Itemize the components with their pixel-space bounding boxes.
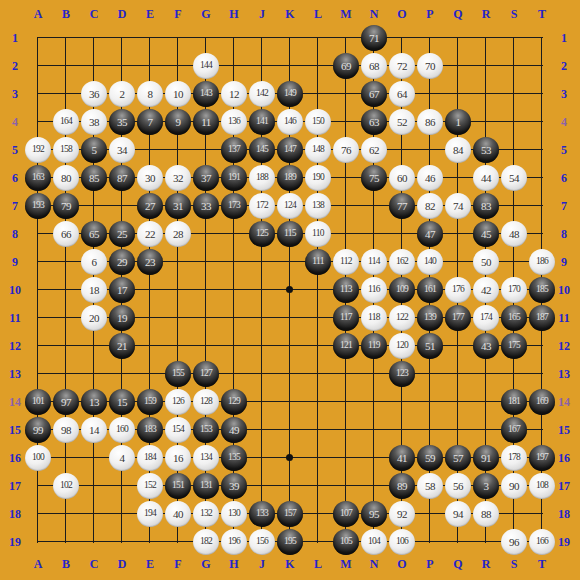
intersection-Q6[interactable] (444, 164, 472, 192)
intersection-M12[interactable]: 121 (332, 332, 360, 360)
intersection-T6[interactable] (528, 164, 556, 192)
intersection-T11[interactable]: 187 (528, 304, 556, 332)
intersection-P3[interactable] (416, 80, 444, 108)
intersection-E9[interactable]: 23 (136, 248, 164, 276)
intersection-O11[interactable]: 122 (388, 304, 416, 332)
intersection-H10[interactable] (220, 276, 248, 304)
intersection-D19[interactable] (108, 528, 136, 556)
intersection-E13[interactable] (136, 360, 164, 388)
intersection-K14[interactable] (276, 388, 304, 416)
intersection-M3[interactable] (332, 80, 360, 108)
intersection-F16[interactable]: 16 (164, 444, 192, 472)
intersection-R1[interactable] (472, 24, 500, 52)
intersection-B8[interactable]: 66 (52, 220, 80, 248)
intersection-A6[interactable]: 163 (24, 164, 52, 192)
intersection-J8[interactable]: 125 (248, 220, 276, 248)
intersection-A11[interactable] (24, 304, 52, 332)
intersection-G6[interactable]: 37 (192, 164, 220, 192)
intersection-T2[interactable] (528, 52, 556, 80)
intersection-F5[interactable] (164, 136, 192, 164)
intersection-J10[interactable] (248, 276, 276, 304)
intersection-R4[interactable] (472, 108, 500, 136)
intersection-H6[interactable]: 191 (220, 164, 248, 192)
intersection-K16[interactable] (276, 444, 304, 472)
intersection-J1[interactable] (248, 24, 276, 52)
intersection-C15[interactable]: 14 (80, 416, 108, 444)
intersection-F2[interactable] (164, 52, 192, 80)
intersection-J5[interactable]: 145 (248, 136, 276, 164)
intersection-O5[interactable] (388, 136, 416, 164)
intersection-J18[interactable]: 133 (248, 500, 276, 528)
intersection-N3[interactable]: 67 (360, 80, 388, 108)
intersection-S16[interactable]: 178 (500, 444, 528, 472)
intersection-N17[interactable] (360, 472, 388, 500)
intersection-M16[interactable] (332, 444, 360, 472)
intersection-P2[interactable]: 70 (416, 52, 444, 80)
intersection-Q2[interactable] (444, 52, 472, 80)
intersection-O16[interactable]: 41 (388, 444, 416, 472)
intersection-A10[interactable] (24, 276, 52, 304)
intersection-T8[interactable] (528, 220, 556, 248)
intersection-F19[interactable] (164, 528, 192, 556)
intersection-J11[interactable] (248, 304, 276, 332)
intersection-O15[interactable] (388, 416, 416, 444)
intersection-S8[interactable]: 48 (500, 220, 528, 248)
intersection-P10[interactable]: 161 (416, 276, 444, 304)
intersection-L13[interactable] (304, 360, 332, 388)
intersection-D10[interactable]: 17 (108, 276, 136, 304)
intersection-H11[interactable] (220, 304, 248, 332)
intersection-A7[interactable]: 193 (24, 192, 52, 220)
intersection-N15[interactable] (360, 416, 388, 444)
intersection-P17[interactable]: 58 (416, 472, 444, 500)
intersection-M11[interactable]: 117 (332, 304, 360, 332)
intersection-B9[interactable] (52, 248, 80, 276)
intersection-A19[interactable] (24, 528, 52, 556)
intersection-D8[interactable]: 25 (108, 220, 136, 248)
intersection-E14[interactable]: 159 (136, 388, 164, 416)
intersection-K5[interactable]: 147 (276, 136, 304, 164)
intersection-G11[interactable] (192, 304, 220, 332)
intersection-D7[interactable] (108, 192, 136, 220)
intersection-M14[interactable] (332, 388, 360, 416)
intersection-N8[interactable] (360, 220, 388, 248)
intersection-S14[interactable]: 181 (500, 388, 528, 416)
intersection-E15[interactable]: 183 (136, 416, 164, 444)
intersection-B14[interactable]: 97 (52, 388, 80, 416)
intersection-Q3[interactable] (444, 80, 472, 108)
intersection-L5[interactable]: 148 (304, 136, 332, 164)
intersection-C17[interactable] (80, 472, 108, 500)
intersection-R10[interactable]: 42 (472, 276, 500, 304)
intersection-N1[interactable]: 71 (360, 24, 388, 52)
intersection-D4[interactable]: 35 (108, 108, 136, 136)
intersection-T3[interactable] (528, 80, 556, 108)
intersection-P13[interactable] (416, 360, 444, 388)
intersection-R13[interactable] (472, 360, 500, 388)
intersection-O13[interactable]: 123 (388, 360, 416, 388)
intersection-G13[interactable]: 127 (192, 360, 220, 388)
intersection-G14[interactable]: 128 (192, 388, 220, 416)
intersection-N14[interactable] (360, 388, 388, 416)
intersection-N13[interactable] (360, 360, 388, 388)
intersection-H8[interactable] (220, 220, 248, 248)
intersection-R14[interactable] (472, 388, 500, 416)
intersection-C16[interactable] (80, 444, 108, 472)
intersection-J2[interactable] (248, 52, 276, 80)
intersection-T13[interactable] (528, 360, 556, 388)
intersection-A17[interactable] (24, 472, 52, 500)
intersection-S10[interactable]: 170 (500, 276, 528, 304)
intersection-E2[interactable] (136, 52, 164, 80)
intersection-B10[interactable] (52, 276, 80, 304)
intersection-D15[interactable]: 160 (108, 416, 136, 444)
intersection-B15[interactable]: 98 (52, 416, 80, 444)
intersection-J6[interactable]: 188 (248, 164, 276, 192)
intersection-T18[interactable] (528, 500, 556, 528)
intersection-H1[interactable] (220, 24, 248, 52)
intersection-S2[interactable] (500, 52, 528, 80)
intersection-B3[interactable] (52, 80, 80, 108)
intersection-E8[interactable]: 22 (136, 220, 164, 248)
intersection-M1[interactable] (332, 24, 360, 52)
intersection-R3[interactable] (472, 80, 500, 108)
intersection-E10[interactable] (136, 276, 164, 304)
intersection-O3[interactable]: 64 (388, 80, 416, 108)
intersection-K8[interactable]: 115 (276, 220, 304, 248)
intersection-S11[interactable]: 165 (500, 304, 528, 332)
intersection-E3[interactable]: 8 (136, 80, 164, 108)
intersection-R5[interactable]: 53 (472, 136, 500, 164)
intersection-C12[interactable] (80, 332, 108, 360)
intersection-M8[interactable] (332, 220, 360, 248)
intersection-L1[interactable] (304, 24, 332, 52)
intersection-O7[interactable]: 77 (388, 192, 416, 220)
intersection-R6[interactable]: 44 (472, 164, 500, 192)
intersection-G10[interactable] (192, 276, 220, 304)
intersection-H4[interactable]: 136 (220, 108, 248, 136)
intersection-P11[interactable]: 139 (416, 304, 444, 332)
intersection-B13[interactable] (52, 360, 80, 388)
intersection-K12[interactable] (276, 332, 304, 360)
intersection-L15[interactable] (304, 416, 332, 444)
intersection-N19[interactable]: 104 (360, 528, 388, 556)
intersection-D18[interactable] (108, 500, 136, 528)
intersection-Q17[interactable]: 56 (444, 472, 472, 500)
intersection-M5[interactable]: 76 (332, 136, 360, 164)
intersection-H16[interactable]: 135 (220, 444, 248, 472)
intersection-O8[interactable] (388, 220, 416, 248)
intersection-F10[interactable] (164, 276, 192, 304)
intersection-H19[interactable]: 196 (220, 528, 248, 556)
intersection-A16[interactable]: 100 (24, 444, 52, 472)
intersection-P19[interactable] (416, 528, 444, 556)
intersection-O10[interactable]: 109 (388, 276, 416, 304)
intersection-D12[interactable]: 21 (108, 332, 136, 360)
intersection-E16[interactable]: 184 (136, 444, 164, 472)
intersection-T7[interactable] (528, 192, 556, 220)
intersection-N5[interactable]: 62 (360, 136, 388, 164)
intersection-N16[interactable] (360, 444, 388, 472)
intersection-B6[interactable]: 80 (52, 164, 80, 192)
intersection-F3[interactable]: 10 (164, 80, 192, 108)
intersection-L18[interactable] (304, 500, 332, 528)
intersection-R15[interactable] (472, 416, 500, 444)
intersection-C3[interactable]: 36 (80, 80, 108, 108)
intersection-B12[interactable] (52, 332, 80, 360)
intersection-J7[interactable]: 172 (248, 192, 276, 220)
intersection-E7[interactable]: 27 (136, 192, 164, 220)
intersection-Q18[interactable]: 94 (444, 500, 472, 528)
intersection-P14[interactable] (416, 388, 444, 416)
intersection-R2[interactable] (472, 52, 500, 80)
intersection-F6[interactable]: 32 (164, 164, 192, 192)
intersection-R19[interactable] (472, 528, 500, 556)
intersection-C11[interactable]: 20 (80, 304, 108, 332)
intersection-L19[interactable] (304, 528, 332, 556)
intersection-J4[interactable]: 141 (248, 108, 276, 136)
intersection-J17[interactable] (248, 472, 276, 500)
intersection-D17[interactable] (108, 472, 136, 500)
intersection-B4[interactable]: 164 (52, 108, 80, 136)
intersection-M2[interactable]: 69 (332, 52, 360, 80)
intersection-K1[interactable] (276, 24, 304, 52)
intersection-J9[interactable] (248, 248, 276, 276)
intersection-D3[interactable]: 2 (108, 80, 136, 108)
intersection-G18[interactable]: 132 (192, 500, 220, 528)
intersection-J12[interactable] (248, 332, 276, 360)
intersection-R12[interactable]: 43 (472, 332, 500, 360)
intersection-O9[interactable]: 162 (388, 248, 416, 276)
intersection-G15[interactable]: 153 (192, 416, 220, 444)
intersection-D11[interactable]: 19 (108, 304, 136, 332)
intersection-P15[interactable] (416, 416, 444, 444)
intersection-T15[interactable] (528, 416, 556, 444)
intersection-N11[interactable]: 118 (360, 304, 388, 332)
intersection-F13[interactable]: 155 (164, 360, 192, 388)
intersection-E12[interactable] (136, 332, 164, 360)
intersection-R16[interactable]: 91 (472, 444, 500, 472)
intersection-N4[interactable]: 63 (360, 108, 388, 136)
intersection-E19[interactable] (136, 528, 164, 556)
intersection-C7[interactable] (80, 192, 108, 220)
intersection-J3[interactable]: 142 (248, 80, 276, 108)
intersection-Q13[interactable] (444, 360, 472, 388)
intersection-G7[interactable]: 33 (192, 192, 220, 220)
intersection-G8[interactable] (192, 220, 220, 248)
intersection-B2[interactable] (52, 52, 80, 80)
intersection-S1[interactable] (500, 24, 528, 52)
intersection-M6[interactable] (332, 164, 360, 192)
intersection-R18[interactable]: 88 (472, 500, 500, 528)
intersection-E5[interactable] (136, 136, 164, 164)
intersection-Q7[interactable]: 74 (444, 192, 472, 220)
intersection-C4[interactable]: 38 (80, 108, 108, 136)
intersection-T12[interactable] (528, 332, 556, 360)
intersection-S19[interactable]: 96 (500, 528, 528, 556)
intersection-G17[interactable]: 131 (192, 472, 220, 500)
intersection-L14[interactable] (304, 388, 332, 416)
intersection-G3[interactable]: 143 (192, 80, 220, 108)
intersection-K3[interactable]: 149 (276, 80, 304, 108)
intersection-L16[interactable] (304, 444, 332, 472)
intersection-C18[interactable] (80, 500, 108, 528)
intersection-K2[interactable] (276, 52, 304, 80)
intersection-C19[interactable] (80, 528, 108, 556)
intersection-Q5[interactable]: 84 (444, 136, 472, 164)
intersection-Q10[interactable]: 176 (444, 276, 472, 304)
intersection-F11[interactable] (164, 304, 192, 332)
intersection-M10[interactable]: 113 (332, 276, 360, 304)
intersection-A12[interactable] (24, 332, 52, 360)
intersection-Q14[interactable] (444, 388, 472, 416)
intersection-M9[interactable]: 112 (332, 248, 360, 276)
intersection-Q11[interactable]: 177 (444, 304, 472, 332)
intersection-T17[interactable]: 108 (528, 472, 556, 500)
intersection-M19[interactable]: 105 (332, 528, 360, 556)
intersection-S7[interactable] (500, 192, 528, 220)
intersection-A2[interactable] (24, 52, 52, 80)
intersection-D16[interactable]: 4 (108, 444, 136, 472)
intersection-L4[interactable]: 150 (304, 108, 332, 136)
intersection-K6[interactable]: 189 (276, 164, 304, 192)
intersection-T5[interactable] (528, 136, 556, 164)
intersection-P9[interactable]: 140 (416, 248, 444, 276)
intersection-A8[interactable] (24, 220, 52, 248)
intersection-H9[interactable] (220, 248, 248, 276)
intersection-P6[interactable]: 46 (416, 164, 444, 192)
intersection-H13[interactable] (220, 360, 248, 388)
intersection-H18[interactable]: 130 (220, 500, 248, 528)
intersection-R11[interactable]: 174 (472, 304, 500, 332)
intersection-O12[interactable]: 120 (388, 332, 416, 360)
intersection-L11[interactable] (304, 304, 332, 332)
intersection-M18[interactable]: 107 (332, 500, 360, 528)
intersection-D1[interactable] (108, 24, 136, 52)
intersection-T4[interactable] (528, 108, 556, 136)
intersection-G1[interactable] (192, 24, 220, 52)
intersection-T9[interactable]: 186 (528, 248, 556, 276)
intersection-D2[interactable] (108, 52, 136, 80)
intersection-C6[interactable]: 85 (80, 164, 108, 192)
intersection-S12[interactable]: 175 (500, 332, 528, 360)
intersection-P1[interactable] (416, 24, 444, 52)
intersection-N7[interactable] (360, 192, 388, 220)
intersection-H2[interactable] (220, 52, 248, 80)
intersection-K19[interactable]: 195 (276, 528, 304, 556)
intersection-H5[interactable]: 137 (220, 136, 248, 164)
intersection-C10[interactable]: 18 (80, 276, 108, 304)
intersection-R17[interactable]: 3 (472, 472, 500, 500)
intersection-M4[interactable] (332, 108, 360, 136)
intersection-F12[interactable] (164, 332, 192, 360)
intersection-Q16[interactable]: 57 (444, 444, 472, 472)
intersection-E11[interactable] (136, 304, 164, 332)
intersection-F1[interactable] (164, 24, 192, 52)
intersection-A1[interactable] (24, 24, 52, 52)
intersection-B7[interactable]: 79 (52, 192, 80, 220)
intersection-K10[interactable] (276, 276, 304, 304)
intersection-L2[interactable] (304, 52, 332, 80)
intersection-Q12[interactable] (444, 332, 472, 360)
intersection-K7[interactable]: 124 (276, 192, 304, 220)
intersection-L6[interactable]: 190 (304, 164, 332, 192)
intersection-S4[interactable] (500, 108, 528, 136)
intersection-S3[interactable] (500, 80, 528, 108)
intersection-F18[interactable]: 40 (164, 500, 192, 528)
intersection-P12[interactable]: 51 (416, 332, 444, 360)
intersection-C5[interactable]: 5 (80, 136, 108, 164)
intersection-P7[interactable]: 82 (416, 192, 444, 220)
intersection-S9[interactable] (500, 248, 528, 276)
intersection-H12[interactable] (220, 332, 248, 360)
intersection-S6[interactable]: 54 (500, 164, 528, 192)
intersection-T16[interactable]: 197 (528, 444, 556, 472)
intersection-S18[interactable] (500, 500, 528, 528)
intersection-G5[interactable] (192, 136, 220, 164)
intersection-P18[interactable] (416, 500, 444, 528)
intersection-E6[interactable]: 30 (136, 164, 164, 192)
intersection-E1[interactable] (136, 24, 164, 52)
intersection-M15[interactable] (332, 416, 360, 444)
intersection-P5[interactable] (416, 136, 444, 164)
intersection-P16[interactable]: 59 (416, 444, 444, 472)
intersection-K4[interactable]: 146 (276, 108, 304, 136)
intersection-L17[interactable] (304, 472, 332, 500)
intersection-B11[interactable] (52, 304, 80, 332)
intersection-K11[interactable] (276, 304, 304, 332)
intersection-B17[interactable]: 102 (52, 472, 80, 500)
intersection-K17[interactable] (276, 472, 304, 500)
intersection-B16[interactable] (52, 444, 80, 472)
intersection-A5[interactable]: 192 (24, 136, 52, 164)
intersection-N18[interactable]: 95 (360, 500, 388, 528)
intersection-G4[interactable]: 11 (192, 108, 220, 136)
intersection-F15[interactable]: 154 (164, 416, 192, 444)
intersection-L10[interactable] (304, 276, 332, 304)
intersection-C9[interactable]: 6 (80, 248, 108, 276)
intersection-G19[interactable]: 182 (192, 528, 220, 556)
intersection-K13[interactable] (276, 360, 304, 388)
intersection-A9[interactable] (24, 248, 52, 276)
intersection-Q4[interactable]: 1 (444, 108, 472, 136)
intersection-H3[interactable]: 12 (220, 80, 248, 108)
intersection-N6[interactable]: 75 (360, 164, 388, 192)
intersection-T1[interactable] (528, 24, 556, 52)
intersection-S5[interactable] (500, 136, 528, 164)
intersection-N2[interactable]: 68 (360, 52, 388, 80)
intersection-F17[interactable]: 151 (164, 472, 192, 500)
intersection-G9[interactable] (192, 248, 220, 276)
intersection-O14[interactable] (388, 388, 416, 416)
intersection-Q9[interactable] (444, 248, 472, 276)
intersection-E18[interactable]: 194 (136, 500, 164, 528)
intersection-K9[interactable] (276, 248, 304, 276)
intersection-L3[interactable] (304, 80, 332, 108)
intersection-C13[interactable] (80, 360, 108, 388)
intersection-L9[interactable]: 111 (304, 248, 332, 276)
intersection-N9[interactable]: 114 (360, 248, 388, 276)
intersection-E17[interactable]: 152 (136, 472, 164, 500)
intersection-C14[interactable]: 13 (80, 388, 108, 416)
intersection-D5[interactable]: 34 (108, 136, 136, 164)
intersection-B5[interactable]: 158 (52, 136, 80, 164)
intersection-R8[interactable]: 45 (472, 220, 500, 248)
intersection-B19[interactable] (52, 528, 80, 556)
intersection-J15[interactable] (248, 416, 276, 444)
intersection-F4[interactable]: 9 (164, 108, 192, 136)
intersection-B1[interactable] (52, 24, 80, 52)
